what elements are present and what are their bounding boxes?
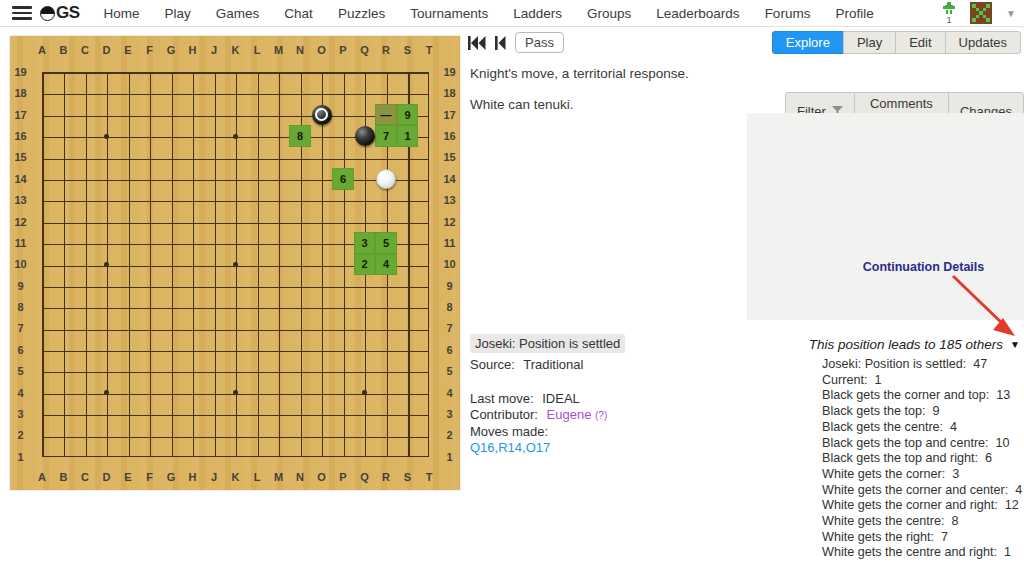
joseki-status-tag: Joseki: Position is settled bbox=[470, 334, 625, 353]
coord-label-col-L: L bbox=[246, 470, 268, 484]
coord-label-col-C: C bbox=[74, 470, 96, 484]
friends-icon bbox=[942, 2, 956, 15]
logo-text: GS bbox=[56, 3, 80, 23]
coord-label-col-P: P bbox=[332, 43, 354, 57]
coord-label-row-3: 3 bbox=[10, 407, 31, 421]
coord-label-col-H: H bbox=[182, 43, 204, 57]
coord-label-col-D: D bbox=[96, 470, 118, 484]
coord-label-col-M: M bbox=[268, 43, 290, 57]
continuation-row: White gets the centre: 8 bbox=[822, 514, 1022, 530]
coord-label-col-A: A bbox=[31, 43, 53, 57]
coord-label-row-16: 16 bbox=[10, 129, 31, 143]
coord-label-col-D: D bbox=[96, 43, 118, 57]
coord-label-row-12: 12 bbox=[10, 215, 31, 229]
go-stone-logo-icon bbox=[40, 6, 55, 21]
coord-label-col-E: E bbox=[117, 470, 139, 484]
coord-label-row-8: 8 bbox=[439, 300, 460, 314]
continuation-square-Q11[interactable]: 3 bbox=[354, 232, 376, 253]
coord-label-row-7: 7 bbox=[439, 321, 460, 335]
coord-label-row-11: 11 bbox=[439, 236, 460, 250]
coord-label-row-2: 2 bbox=[439, 428, 460, 442]
coord-label-row-4: 4 bbox=[439, 386, 460, 400]
nav-menu: HomePlayGamesChatPuzzlesTournamentsLadde… bbox=[104, 6, 874, 21]
nav-item-ladders[interactable]: Ladders bbox=[513, 6, 562, 21]
nav-item-chat[interactable]: Chat bbox=[284, 6, 313, 21]
coord-label-col-T: T bbox=[418, 43, 440, 57]
coord-label-row-9: 9 bbox=[439, 279, 460, 293]
coord-label-col-T: T bbox=[418, 470, 440, 484]
ogs-logo[interactable]: GS bbox=[40, 3, 80, 23]
account-dropdown-caret-icon[interactable]: ▼ bbox=[1006, 8, 1016, 19]
nav-item-leaderboards[interactable]: Leaderboards bbox=[656, 6, 739, 21]
coord-label-col-P: P bbox=[332, 470, 354, 484]
nav-item-play[interactable]: Play bbox=[165, 6, 191, 21]
star-point-Q4 bbox=[362, 390, 367, 395]
continuation-square-N16[interactable]: 8 bbox=[289, 125, 311, 146]
stone-black-O17 bbox=[312, 105, 332, 125]
coord-label-row-8: 8 bbox=[10, 300, 31, 314]
coord-label-col-K: K bbox=[225, 43, 247, 57]
continuation-row: Black gets the top and centre: 10 bbox=[822, 436, 1022, 452]
nav-item-forums[interactable]: Forums bbox=[765, 6, 811, 21]
coord-label-row-12: 12 bbox=[439, 215, 460, 229]
last-move-value: IDEAL bbox=[542, 391, 580, 406]
coord-label-col-G: G bbox=[160, 470, 182, 484]
continuation-square-R17[interactable]: — bbox=[375, 104, 397, 125]
coord-label-row-13: 13 bbox=[439, 193, 460, 207]
continuation-row: Black gets the corner and top: 13 bbox=[822, 388, 1022, 404]
contributor-help-link[interactable]: (?) bbox=[595, 410, 607, 421]
star-point-K4 bbox=[233, 390, 238, 395]
nav-item-home[interactable]: Home bbox=[104, 6, 140, 21]
coord-label-col-R: R bbox=[375, 43, 397, 57]
source-value: Traditional bbox=[523, 357, 583, 372]
star-point-K10 bbox=[233, 262, 238, 267]
source-label: Source: bbox=[470, 357, 515, 372]
continuation-row: Joseki: Position is settled: 47 bbox=[822, 357, 1022, 373]
coord-label-col-A: A bbox=[31, 470, 53, 484]
continuation-row: White gets the corner: 3 bbox=[822, 467, 1022, 483]
coord-label-row-15: 15 bbox=[439, 150, 460, 164]
continuation-row: White gets the corner and center: 4 bbox=[822, 483, 1022, 499]
coord-label-row-3: 3 bbox=[439, 407, 460, 421]
description-line-2: White can tenuki. bbox=[470, 97, 750, 113]
nav-item-games[interactable]: Games bbox=[216, 6, 260, 21]
moves-made-label: Moves made: bbox=[470, 424, 750, 440]
coord-label-row-9: 9 bbox=[10, 279, 31, 293]
tab-edit[interactable]: Edit bbox=[895, 31, 945, 54]
coord-label-col-S: S bbox=[397, 470, 419, 484]
coord-label-col-N: N bbox=[289, 470, 311, 484]
nav-item-puzzles[interactable]: Puzzles bbox=[338, 6, 385, 21]
friends-online-indicator[interactable]: 1 bbox=[942, 2, 956, 25]
continuation-row: White gets the centre and right: 1 bbox=[822, 545, 1022, 561]
rewind-to-start-icon[interactable] bbox=[468, 36, 486, 50]
continuation-square-R11[interactable]: 5 bbox=[375, 232, 397, 253]
position-details: Joseki: Position is settled Source: Trad… bbox=[470, 334, 750, 457]
nav-item-tournaments[interactable]: Tournaments bbox=[410, 6, 488, 21]
stone-black-Q16 bbox=[355, 126, 375, 146]
star-point-D16 bbox=[104, 134, 109, 139]
coord-label-col-K: K bbox=[225, 470, 247, 484]
coord-label-row-10: 10 bbox=[10, 257, 31, 271]
mode-tabs: ExplorePlayEditUpdates bbox=[772, 31, 1021, 54]
coord-label-row-1: 1 bbox=[10, 450, 31, 464]
continuations-list: Joseki: Position is settled: 47Current: … bbox=[822, 357, 1022, 561]
coord-label-row-19: 19 bbox=[10, 65, 31, 79]
coord-label-row-1: 1 bbox=[439, 450, 460, 464]
continuation-row: Current: 1 bbox=[822, 373, 1022, 389]
coord-label-row-2: 2 bbox=[10, 428, 31, 442]
coord-label-row-10: 10 bbox=[439, 257, 460, 271]
tab-play[interactable]: Play bbox=[843, 31, 896, 54]
tab-updates[interactable]: Updates bbox=[945, 31, 1021, 54]
coord-label-col-Q: Q bbox=[354, 43, 376, 57]
continuation-row: Black gets the centre: 4 bbox=[822, 420, 1022, 436]
continuation-square-S17[interactable]: 9 bbox=[397, 104, 419, 125]
tab-explore[interactable]: Explore bbox=[772, 31, 844, 54]
stone-white-R14 bbox=[376, 169, 396, 189]
description-line-1: Knight's move, a territorial response. bbox=[470, 66, 750, 82]
continuations-header[interactable]: This position leads to 185 others ▼ bbox=[809, 337, 1020, 352]
user-avatar[interactable] bbox=[970, 2, 992, 24]
coord-label-col-R: R bbox=[375, 470, 397, 484]
coord-label-col-Q: Q bbox=[354, 470, 376, 484]
coord-label-row-19: 19 bbox=[439, 65, 460, 79]
continuation-square-P14[interactable]: 6 bbox=[332, 168, 354, 189]
coord-label-col-H: H bbox=[182, 470, 204, 484]
nav-item-profile[interactable]: Profile bbox=[835, 6, 873, 21]
coord-label-col-C: C bbox=[74, 43, 96, 57]
goban[interactable]: —971863524 AABBCCDDEEFFGGHHJJKKLLMMNNOOP… bbox=[10, 36, 460, 490]
continuation-row: Black gets the top and right: 6 bbox=[822, 451, 1022, 467]
star-point-D10 bbox=[104, 262, 109, 267]
coord-label-row-18: 18 bbox=[10, 86, 31, 100]
continuation-square-Q10[interactable]: 2 bbox=[354, 254, 376, 275]
coord-label-col-J: J bbox=[203, 470, 225, 484]
coord-label-row-11: 11 bbox=[10, 236, 31, 250]
contributor-link[interactable]: Eugene bbox=[547, 407, 592, 422]
coord-label-col-F: F bbox=[139, 43, 161, 57]
coord-label-col-B: B bbox=[53, 470, 75, 484]
coord-label-col-B: B bbox=[53, 43, 75, 57]
coord-label-col-S: S bbox=[397, 43, 419, 57]
coord-label-row-14: 14 bbox=[439, 172, 460, 186]
position-description: Knight's move, a territorial response. W… bbox=[470, 66, 750, 113]
top-navbar: GS HomePlayGamesChatPuzzlesTournamentsLa… bbox=[0, 0, 1024, 27]
coord-label-col-F: F bbox=[139, 470, 161, 484]
coord-label-row-17: 17 bbox=[10, 108, 31, 122]
star-point-D4 bbox=[104, 390, 109, 395]
continuation-square-R16[interactable]: 7 bbox=[375, 125, 397, 146]
coord-label-col-N: N bbox=[289, 43, 311, 57]
continuation-square-S16[interactable]: 1 bbox=[397, 125, 419, 146]
coord-label-row-18: 18 bbox=[439, 86, 460, 100]
coord-label-col-L: L bbox=[246, 43, 268, 57]
continuation-square-R10[interactable]: 4 bbox=[375, 254, 397, 275]
continuation-row: White gets the corner and right: 12 bbox=[822, 498, 1022, 514]
coord-label-row-5: 5 bbox=[10, 364, 31, 378]
coord-label-col-G: G bbox=[160, 43, 182, 57]
coord-label-row-17: 17 bbox=[439, 108, 460, 122]
comments-panel bbox=[747, 113, 1024, 320]
coord-label-row-4: 4 bbox=[10, 386, 31, 400]
board-grid[interactable]: —971863524 bbox=[31, 61, 440, 467]
pass-button[interactable]: Pass bbox=[515, 32, 564, 53]
coord-label-row-6: 6 bbox=[10, 343, 31, 357]
hamburger-menu-icon[interactable] bbox=[12, 6, 32, 20]
nav-item-groups[interactable]: Groups bbox=[587, 6, 631, 21]
last-move-label: Last move: bbox=[470, 391, 534, 406]
coord-label-row-16: 16 bbox=[439, 129, 460, 143]
continuation-row: White gets the right: 7 bbox=[822, 530, 1022, 546]
coord-label-col-J: J bbox=[203, 43, 225, 57]
nav-right: 1 ▼ bbox=[942, 2, 1016, 25]
collapse-triangle-icon[interactable]: ▼ bbox=[1010, 339, 1020, 350]
star-point-K16 bbox=[233, 134, 238, 139]
coord-label-row-14: 14 bbox=[10, 172, 31, 186]
move-toolbar: Pass bbox=[468, 32, 564, 53]
coord-label-col-O: O bbox=[311, 43, 333, 57]
coord-label-col-E: E bbox=[117, 43, 139, 57]
coord-label-col-M: M bbox=[268, 470, 290, 484]
coord-label-col-O: O bbox=[311, 470, 333, 484]
coord-label-row-5: 5 bbox=[439, 364, 460, 378]
coord-label-row-13: 13 bbox=[10, 193, 31, 207]
step-back-icon[interactable] bbox=[495, 36, 506, 50]
coord-label-row-15: 15 bbox=[10, 150, 31, 164]
moves-made-link[interactable]: Q16,R14,O17 bbox=[470, 440, 550, 455]
annotation-continuation-details: Continuation Details bbox=[846, 260, 1001, 274]
contributor-label: Contributor: bbox=[470, 407, 538, 422]
friends-count: 1 bbox=[947, 16, 952, 25]
continuation-row: Black gets the top: 9 bbox=[822, 404, 1022, 420]
coord-label-row-6: 6 bbox=[439, 343, 460, 357]
coord-label-row-7: 7 bbox=[10, 321, 31, 335]
